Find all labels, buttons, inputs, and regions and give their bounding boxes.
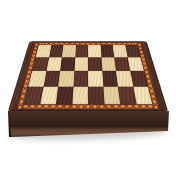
board-square [88,57,102,71]
board-square [58,71,74,87]
inlay-border-bottom [16,104,159,109]
board-square [88,45,101,57]
board-square [88,71,103,87]
chessboard-box-photo [0,0,176,176]
box-top-face [8,41,168,111]
board-square [75,45,88,57]
board-square [72,86,88,104]
board-square [73,71,88,87]
board-square [60,57,75,71]
board-grid [24,45,153,104]
board-square [56,86,73,104]
board-square [74,57,88,71]
board-square [62,45,76,57]
board-square [88,86,104,104]
